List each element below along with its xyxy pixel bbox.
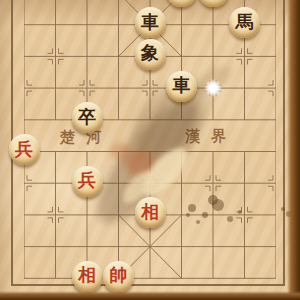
piece-red-相-c2r9[interactable]: 相 [72,261,103,292]
piece-glyph: 車 [173,76,191,94]
piece-red-兵-c2r6[interactable]: 兵 [72,166,103,197]
piece-glyph: 相 [141,203,159,221]
board-right-edge [287,0,300,300]
ink-splat [286,211,292,217]
piece-black-卒-c2r4[interactable]: 卒 [72,102,103,133]
piece-black-車-c5r3[interactable]: 車 [166,71,197,102]
piece-glyph: 馬 [236,13,254,31]
piece-glyph: 車 [141,13,159,31]
piece-glyph: 帥 [110,266,128,284]
piece-glyph: 卒 [78,108,96,126]
river-label-right: 漢界 [185,127,237,146]
board-bottom-edge [0,291,300,300]
piece-glyph: 相 [78,266,96,284]
piece-red-帥-c3r9[interactable]: 帥 [103,261,134,292]
piece-black-象-c4r2[interactable]: 象 [135,39,166,70]
xiangqi-board: 楚河 漢界 將象車馬象車卒兵兵相相帥 [0,0,300,300]
piece-black-馬-c7r1[interactable]: 馬 [229,7,260,38]
piece-glyph: 兵 [15,140,33,158]
ink-splat [292,218,296,222]
piece-black-車-c4r1[interactable]: 車 [135,7,166,38]
piece-red-兵-c0r5[interactable]: 兵 [9,134,40,165]
piece-glyph: 象 [141,44,159,62]
piece-glyph: 兵 [78,171,96,189]
piece-red-相-c4r7[interactable]: 相 [135,197,166,228]
